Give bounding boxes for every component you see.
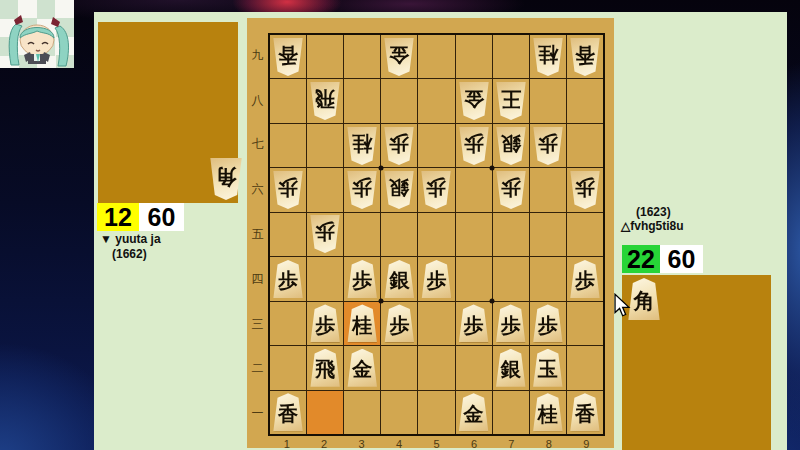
board-square-5四[interactable]: 歩 bbox=[418, 257, 454, 300]
shogi-piece-歩[interactable]: 歩 bbox=[421, 260, 451, 298]
board-square-1四[interactable]: 歩 bbox=[270, 257, 306, 300]
board-square-9七[interactable] bbox=[567, 124, 603, 167]
board-square-2八[interactable]: 飛 bbox=[307, 79, 343, 122]
shogi-piece-歩[interactable]: 歩 bbox=[310, 215, 340, 253]
board-square-6八[interactable]: 金 bbox=[456, 79, 492, 122]
shogi-piece-歩[interactable]: 歩 bbox=[496, 304, 526, 342]
board-square-9三[interactable] bbox=[567, 302, 603, 345]
board-square-2六[interactable] bbox=[307, 168, 343, 211]
board-square-2五[interactable]: 歩 bbox=[307, 213, 343, 256]
board-square-1八[interactable] bbox=[270, 79, 306, 122]
hand-piece-角[interactable]: 角 bbox=[628, 278, 660, 320]
board-square-1九[interactable]: 香 bbox=[270, 35, 306, 78]
top-player-clock: 12 60 bbox=[97, 203, 184, 231]
board-square-4三[interactable]: 歩 bbox=[381, 302, 417, 345]
file-label-7: 7 bbox=[493, 438, 530, 450]
shogi-piece-銀[interactable]: 銀 bbox=[496, 127, 526, 165]
rank-labels: 九八七六五四三二一 bbox=[247, 33, 268, 436]
shogi-piece-金[interactable]: 金 bbox=[459, 82, 489, 120]
board-square-8六[interactable] bbox=[530, 168, 566, 211]
board-square-4二[interactable] bbox=[381, 346, 417, 389]
star-point bbox=[379, 166, 384, 171]
bottom-player-marker-icon: △ bbox=[621, 219, 630, 233]
board-square-6二[interactable] bbox=[456, 346, 492, 389]
board-square-3八[interactable] bbox=[344, 79, 380, 122]
board-square-5一[interactable] bbox=[418, 391, 454, 434]
file-label-6: 6 bbox=[455, 438, 492, 450]
shogi-piece-香[interactable]: 香 bbox=[273, 38, 303, 76]
board-square-9四[interactable]: 歩 bbox=[567, 257, 603, 300]
board-square-4六[interactable]: 銀 bbox=[381, 168, 417, 211]
board-square-9五[interactable] bbox=[567, 213, 603, 256]
board-square-7七[interactable]: 銀 bbox=[493, 124, 529, 167]
file-labels: 123456789 bbox=[268, 438, 605, 450]
captured-pieces-tray-bottom-player[interactable]: 角 bbox=[622, 275, 771, 450]
shogi-client-window: 角 12 60 ▼ yuuta ja (1662) 九八七六五四三二一 香金桂香… bbox=[94, 12, 787, 450]
shogi-piece-歩[interactable]: 歩 bbox=[459, 304, 489, 342]
shogi-piece-歩[interactable]: 歩 bbox=[347, 260, 377, 298]
rank-label-七: 七 bbox=[247, 123, 268, 168]
shogi-piece-歩[interactable]: 歩 bbox=[347, 171, 377, 209]
file-label-8: 8 bbox=[530, 438, 567, 450]
star-point bbox=[490, 166, 495, 171]
board-square-8九[interactable]: 桂 bbox=[530, 35, 566, 78]
board-square-4四[interactable]: 銀 bbox=[381, 257, 417, 300]
shogi-piece-歩[interactable]: 歩 bbox=[273, 260, 303, 298]
board-panel: 九八七六五四三二一 香金桂香飛金王桂歩歩銀歩歩歩銀歩歩歩歩歩歩銀歩歩歩桂歩歩歩歩… bbox=[247, 18, 614, 448]
board-square-3四[interactable]: 歩 bbox=[344, 257, 380, 300]
file-label-3: 3 bbox=[343, 438, 380, 450]
board-square-2三[interactable]: 歩 bbox=[307, 302, 343, 345]
board-square-6四[interactable] bbox=[456, 257, 492, 300]
rank-label-三: 三 bbox=[247, 302, 268, 347]
board-square-6三[interactable]: 歩 bbox=[456, 302, 492, 345]
board-square-7二[interactable]: 銀 bbox=[493, 346, 529, 389]
shogi-piece-香[interactable]: 香 bbox=[273, 393, 303, 431]
shogi-piece-桂[interactable]: 桂 bbox=[347, 127, 377, 165]
board-square-8三[interactable]: 歩 bbox=[530, 302, 566, 345]
file-label-4: 4 bbox=[380, 438, 417, 450]
board-square-1七[interactable] bbox=[270, 124, 306, 167]
bottom-player-byoyomi: 60 bbox=[660, 245, 703, 273]
board-square-8二[interactable]: 玉 bbox=[530, 346, 566, 389]
board-square-4一[interactable] bbox=[381, 391, 417, 434]
shogi-piece-香[interactable]: 香 bbox=[570, 38, 600, 76]
shogi-piece-玉[interactable]: 玉 bbox=[533, 349, 563, 387]
board-square-6六[interactable] bbox=[456, 168, 492, 211]
shogi-piece-銀[interactable]: 銀 bbox=[384, 171, 414, 209]
rank-label-八: 八 bbox=[247, 78, 268, 123]
board-square-9一[interactable]: 香 bbox=[567, 391, 603, 434]
shogi-piece-飛[interactable]: 飛 bbox=[310, 349, 340, 387]
board-square-5二[interactable] bbox=[418, 346, 454, 389]
board-square-8四[interactable] bbox=[530, 257, 566, 300]
board-square-2二[interactable]: 飛 bbox=[307, 346, 343, 389]
shogi-piece-歩[interactable]: 歩 bbox=[570, 171, 600, 209]
board-square-7五[interactable] bbox=[493, 213, 529, 256]
board-square-5三[interactable] bbox=[418, 302, 454, 345]
board-square-1一[interactable]: 香 bbox=[270, 391, 306, 434]
shogi-piece-歩[interactable]: 歩 bbox=[533, 127, 563, 165]
rank-label-一: 一 bbox=[247, 391, 268, 436]
board-square-3六[interactable]: 歩 bbox=[344, 168, 380, 211]
board-square-9二[interactable] bbox=[567, 346, 603, 389]
board-square-8一[interactable]: 桂 bbox=[530, 391, 566, 434]
board-square-4七[interactable]: 歩 bbox=[381, 124, 417, 167]
file-label-1: 1 bbox=[268, 438, 305, 450]
mouse-arrow-cursor bbox=[613, 293, 631, 317]
top-player-name: ▼ yuuta ja bbox=[100, 232, 161, 246]
board-square-5八[interactable] bbox=[418, 79, 454, 122]
board-square-2一[interactable] bbox=[307, 391, 343, 434]
board-square-7八[interactable]: 王 bbox=[493, 79, 529, 122]
rank-label-二: 二 bbox=[247, 346, 268, 391]
board-square-3三[interactable]: 桂 bbox=[344, 302, 380, 345]
board-square-5七[interactable] bbox=[418, 124, 454, 167]
mascot-illustration bbox=[0, 0, 74, 68]
board-square-3九[interactable] bbox=[344, 35, 380, 78]
board-square-7一[interactable] bbox=[493, 391, 529, 434]
shogi-piece-歩[interactable]: 歩 bbox=[384, 304, 414, 342]
rank-label-六: 六 bbox=[247, 167, 268, 212]
board-square-3一[interactable] bbox=[344, 391, 380, 434]
board-square-4五[interactable] bbox=[381, 213, 417, 256]
board-square-1二[interactable] bbox=[270, 346, 306, 389]
board-square-6七[interactable]: 歩 bbox=[456, 124, 492, 167]
shogi-piece-歩[interactable]: 歩 bbox=[421, 171, 451, 209]
avatar-overlay bbox=[0, 0, 74, 68]
board-square-4九[interactable]: 金 bbox=[381, 35, 417, 78]
bottom-player-name: △fvhg5ti8u bbox=[621, 219, 684, 233]
bottom-player-main-time: 22 bbox=[622, 245, 660, 273]
board-square-4八[interactable] bbox=[381, 79, 417, 122]
rank-label-四: 四 bbox=[247, 257, 268, 302]
board-square-6一[interactable]: 金 bbox=[456, 391, 492, 434]
shogi-piece-金[interactable]: 金 bbox=[347, 349, 377, 387]
board-square-3五[interactable] bbox=[344, 213, 380, 256]
board-square-9六[interactable]: 歩 bbox=[567, 168, 603, 211]
captured-pieces-tray-top-player[interactable]: 角 bbox=[98, 22, 238, 203]
shogi-piece-金[interactable]: 金 bbox=[384, 38, 414, 76]
board-square-1三[interactable] bbox=[270, 302, 306, 345]
board-square-6九[interactable] bbox=[456, 35, 492, 78]
rank-label-五: 五 bbox=[247, 212, 268, 257]
shogi-piece-金[interactable]: 金 bbox=[459, 393, 489, 431]
board-square-9八[interactable] bbox=[567, 79, 603, 122]
shogi-piece-歩[interactable]: 歩 bbox=[273, 171, 303, 209]
rank-label-九: 九 bbox=[247, 33, 268, 78]
star-point bbox=[490, 299, 495, 304]
shogi-piece-歩[interactable]: 歩 bbox=[310, 304, 340, 342]
top-player-rating: (1662) bbox=[112, 247, 147, 261]
shogi-piece-歩[interactable]: 歩 bbox=[459, 127, 489, 165]
board-square-5九[interactable] bbox=[418, 35, 454, 78]
shogi-piece-歩[interactable]: 歩 bbox=[533, 304, 563, 342]
board-square-8七[interactable]: 歩 bbox=[530, 124, 566, 167]
bottom-player-clock: 22 60 bbox=[622, 245, 703, 273]
board-square-8五[interactable] bbox=[530, 213, 566, 256]
board-square-7四[interactable] bbox=[493, 257, 529, 300]
board-square-8八[interactable] bbox=[530, 79, 566, 122]
board-square-7九[interactable] bbox=[493, 35, 529, 78]
shogi-piece-王[interactable]: 王 bbox=[496, 82, 526, 120]
star-point bbox=[379, 299, 384, 304]
shogi-board[interactable]: 香金桂香飛金王桂歩歩銀歩歩歩銀歩歩歩歩歩歩銀歩歩歩桂歩歩歩歩飛金銀玉香金桂香 bbox=[270, 35, 603, 434]
board-square-2九[interactable] bbox=[307, 35, 343, 78]
board-square-1五[interactable] bbox=[270, 213, 306, 256]
shogi-piece-歩[interactable]: 歩 bbox=[496, 171, 526, 209]
board-square-1六[interactable]: 歩 bbox=[270, 168, 306, 211]
board-square-7六[interactable]: 歩 bbox=[493, 168, 529, 211]
shogi-piece-香[interactable]: 香 bbox=[570, 393, 600, 431]
bottom-player-rating: (1623) bbox=[636, 205, 671, 219]
shogi-piece-歩[interactable]: 歩 bbox=[384, 127, 414, 165]
top-player-byoyomi: 60 bbox=[139, 203, 184, 231]
board-square-6五[interactable] bbox=[456, 213, 492, 256]
file-label-5: 5 bbox=[418, 438, 455, 450]
shogi-piece-桂[interactable]: 桂 bbox=[533, 38, 563, 76]
shogi-piece-歩[interactable]: 歩 bbox=[570, 260, 600, 298]
shogi-piece-銀[interactable]: 銀 bbox=[496, 349, 526, 387]
file-label-9: 9 bbox=[568, 438, 605, 450]
board-square-5六[interactable]: 歩 bbox=[418, 168, 454, 211]
board-square-2七[interactable] bbox=[307, 124, 343, 167]
shogi-piece-銀[interactable]: 銀 bbox=[384, 260, 414, 298]
board-square-5五[interactable] bbox=[418, 213, 454, 256]
shogi-piece-桂[interactable]: 桂 bbox=[347, 304, 377, 342]
board-square-7三[interactable]: 歩 bbox=[493, 302, 529, 345]
shogi-piece-飛[interactable]: 飛 bbox=[310, 82, 340, 120]
board-square-3七[interactable]: 桂 bbox=[344, 124, 380, 167]
board-square-9九[interactable]: 香 bbox=[567, 35, 603, 78]
top-player-marker-icon: ▼ bbox=[100, 232, 112, 246]
board-square-3二[interactable]: 金 bbox=[344, 346, 380, 389]
shogi-piece-桂[interactable]: 桂 bbox=[533, 393, 563, 431]
board-square-2四[interactable] bbox=[307, 257, 343, 300]
hand-piece-角[interactable]: 角 bbox=[210, 158, 242, 200]
top-player-main-time: 12 bbox=[97, 203, 139, 231]
file-label-2: 2 bbox=[305, 438, 342, 450]
